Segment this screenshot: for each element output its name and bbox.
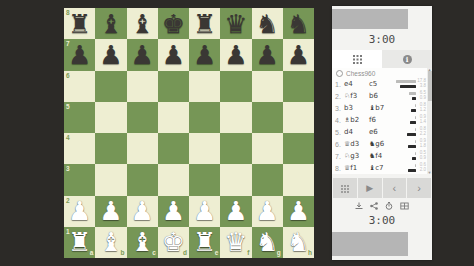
square-h4[interactable] bbox=[283, 133, 314, 164]
move-time-value: 1.2 bbox=[416, 108, 426, 113]
bottom-player-name[interactable] bbox=[332, 232, 408, 256]
square-g6[interactable] bbox=[252, 71, 283, 102]
square-d3[interactable] bbox=[158, 164, 189, 195]
square-e1[interactable]: e♜ bbox=[189, 227, 220, 258]
black-move[interactable]: ♞g6 bbox=[369, 140, 394, 148]
download-icon[interactable] bbox=[355, 202, 363, 210]
square-h1[interactable]: h♞ bbox=[283, 227, 314, 258]
square-e2[interactable]: ♟ bbox=[189, 196, 220, 227]
move-number: 2. bbox=[335, 93, 344, 100]
move-row: 6.♕d3♞g60.91.8 bbox=[332, 138, 427, 150]
analysis-board-icon[interactable] bbox=[400, 202, 409, 210]
piece-black-bishop[interactable]: ♝ bbox=[127, 8, 158, 39]
white-move[interactable]: ♕d3 bbox=[344, 140, 369, 148]
square-b5[interactable] bbox=[95, 102, 126, 133]
white-move[interactable]: d4 bbox=[344, 128, 369, 136]
square-g4[interactable] bbox=[252, 133, 283, 164]
tab-moves[interactable] bbox=[332, 50, 382, 68]
square-a7[interactable]: 7♟ bbox=[64, 39, 95, 70]
play-button[interactable]: ▶ bbox=[358, 178, 382, 198]
square-c8[interactable]: ♝ bbox=[127, 8, 158, 39]
square-c3[interactable] bbox=[127, 164, 158, 195]
square-b4[interactable] bbox=[95, 133, 126, 164]
square-f2[interactable]: ♟ bbox=[220, 196, 251, 227]
piece-black-pawn[interactable]: ♟ bbox=[283, 39, 314, 70]
black-time-bar bbox=[400, 85, 416, 88]
square-g3[interactable] bbox=[252, 164, 283, 195]
move-list: 1.e4c517.83.82.♘f3b66.50.93.b3♝b70.81.24… bbox=[332, 78, 427, 174]
piece-white-pawn[interactable]: ♟ bbox=[283, 196, 314, 227]
square-a3[interactable]: 3 bbox=[64, 164, 95, 195]
move-time-value: 2.0 bbox=[416, 168, 426, 173]
move-time-value: 2.2 bbox=[416, 132, 426, 137]
square-b7[interactable]: ♟ bbox=[95, 39, 126, 70]
move-number: 7. bbox=[335, 153, 344, 160]
piece-black-knight[interactable]: ♞ bbox=[252, 8, 283, 39]
move-time-value: 1.4 bbox=[416, 120, 426, 125]
square-g1[interactable]: g♞ bbox=[252, 227, 283, 258]
square-h6[interactable] bbox=[283, 71, 314, 102]
piece-white-knight[interactable]: ♞ bbox=[283, 227, 314, 258]
square-e8[interactable]: ♜ bbox=[189, 8, 220, 39]
move-row: 5.d4e60.82.2 bbox=[332, 126, 427, 138]
board-grid-icon bbox=[353, 50, 362, 68]
panel-tabs: i bbox=[332, 50, 432, 68]
square-f8[interactable]: ♛ bbox=[220, 8, 251, 39]
square-b2[interactable]: ♟ bbox=[95, 196, 126, 227]
move-time-value: 0.9 bbox=[416, 156, 426, 161]
square-a8[interactable]: 8♜ bbox=[64, 8, 95, 39]
square-f7[interactable]: ♟ bbox=[220, 39, 251, 70]
move-time-value: 1.8 bbox=[416, 144, 426, 149]
piece-white-pawn[interactable]: ♟ bbox=[189, 196, 220, 227]
top-player-name[interactable] bbox=[332, 9, 408, 29]
piece-white-king[interactable]: ♚ bbox=[158, 227, 189, 258]
piece-black-rook[interactable]: ♜ bbox=[189, 8, 220, 39]
move-navigation: ▶ ‹ › bbox=[333, 178, 431, 198]
rank-label-4: 4 bbox=[66, 135, 70, 142]
piece-white-pawn[interactable]: ♟ bbox=[64, 196, 95, 227]
move-row: 1.e4c517.83.8 bbox=[332, 78, 427, 90]
square-c2[interactable]: ♟ bbox=[127, 196, 158, 227]
white-move[interactable]: e4 bbox=[344, 80, 369, 88]
piece-black-rook[interactable]: ♜ bbox=[64, 8, 95, 39]
rank-label-3: 3 bbox=[66, 166, 70, 173]
square-g2[interactable]: ♟ bbox=[252, 196, 283, 227]
stopwatch-icon[interactable] bbox=[385, 202, 393, 210]
square-g8[interactable]: ♞ bbox=[252, 8, 283, 39]
square-d5[interactable] bbox=[158, 102, 189, 133]
chevron-right-icon: › bbox=[417, 183, 421, 194]
black-move[interactable]: b6 bbox=[369, 92, 394, 100]
menu-grid-button[interactable] bbox=[333, 178, 357, 198]
square-f1[interactable]: f♛ bbox=[220, 227, 251, 258]
square-e6[interactable] bbox=[189, 71, 220, 102]
square-e7[interactable]: ♟ bbox=[189, 39, 220, 70]
bottom-player-clock: 3:00 bbox=[332, 214, 432, 227]
piece-black-pawn[interactable]: ♟ bbox=[127, 39, 158, 70]
grid-dots-icon bbox=[341, 179, 349, 197]
info-icon: i bbox=[403, 55, 412, 64]
square-f4[interactable] bbox=[220, 133, 251, 164]
move-number: 8. bbox=[335, 165, 344, 172]
rank-label-5: 5 bbox=[66, 104, 70, 111]
white-time-bar bbox=[396, 80, 416, 83]
move-row: 3.b3♝b70.81.2 bbox=[332, 102, 427, 114]
square-g5[interactable] bbox=[252, 102, 283, 133]
move-row: 2.♘f3b66.50.9 bbox=[332, 90, 427, 102]
piece-white-knight[interactable]: ♞ bbox=[252, 227, 283, 258]
next-move-button[interactable]: › bbox=[407, 178, 431, 198]
piece-black-pawn[interactable]: ♟ bbox=[220, 39, 251, 70]
white-move[interactable]: ♗b2 bbox=[344, 116, 369, 124]
black-time-bar bbox=[408, 169, 416, 172]
square-h3[interactable] bbox=[283, 164, 314, 195]
game-side-panel: 3:00 i Chess960 1.e4c517.83.82.♘f3b66.50… bbox=[332, 6, 432, 260]
black-move[interactable]: c5 bbox=[369, 80, 394, 88]
square-a4[interactable]: 4 bbox=[64, 133, 95, 164]
app-background: { "game": "chess960", "position": "rbbkr… bbox=[0, 0, 474, 266]
square-f3[interactable] bbox=[220, 164, 251, 195]
piece-black-pawn[interactable]: ♟ bbox=[64, 39, 95, 70]
square-a1[interactable]: 1a♜ bbox=[64, 227, 95, 258]
prev-move-button[interactable]: ‹ bbox=[383, 178, 407, 198]
square-a5[interactable]: 5 bbox=[64, 102, 95, 133]
move-time-value: 3.8 bbox=[416, 84, 426, 89]
piece-white-rook[interactable]: ♜ bbox=[64, 227, 95, 258]
white-move[interactable]: ♘g3 bbox=[344, 152, 369, 160]
piece-white-rook[interactable]: ♜ bbox=[189, 227, 220, 258]
variant-row: Chess960 bbox=[332, 68, 432, 78]
square-e4[interactable] bbox=[189, 133, 220, 164]
move-number: 3. bbox=[335, 105, 344, 112]
game-actions bbox=[332, 200, 432, 211]
move-number: 4. bbox=[335, 117, 344, 124]
square-c4[interactable] bbox=[127, 133, 158, 164]
square-c7[interactable]: ♟ bbox=[127, 39, 158, 70]
square-h7[interactable]: ♟ bbox=[283, 39, 314, 70]
move-list-scrollbar[interactable]: ▲ ▼ bbox=[427, 68, 432, 174]
white-move[interactable]: b3 bbox=[344, 104, 369, 112]
move-number: 6. bbox=[335, 141, 344, 148]
piece-black-queen[interactable]: ♛ bbox=[220, 8, 251, 39]
square-b8[interactable]: ♝ bbox=[95, 8, 126, 39]
piece-black-bishop[interactable]: ♝ bbox=[95, 8, 126, 39]
square-d6[interactable] bbox=[158, 71, 189, 102]
move-time-value: 0.9 bbox=[416, 96, 426, 101]
variant-label: Chess960 bbox=[346, 70, 375, 77]
piece-black-pawn[interactable]: ♟ bbox=[189, 39, 220, 70]
square-c6[interactable] bbox=[127, 71, 158, 102]
square-h5[interactable] bbox=[283, 102, 314, 133]
square-d7[interactable]: ♟ bbox=[158, 39, 189, 70]
square-h2[interactable]: ♟ bbox=[283, 196, 314, 227]
move-row: 8.♕f1♝c70.62.0 bbox=[332, 162, 427, 174]
piece-black-knight[interactable]: ♞ bbox=[283, 8, 314, 39]
piece-black-king[interactable]: ♚ bbox=[158, 8, 189, 39]
move-times: 0.82.2 bbox=[394, 128, 427, 137]
square-d8[interactable]: ♚ bbox=[158, 8, 189, 39]
square-c1[interactable]: c♝ bbox=[127, 227, 158, 258]
black-time-bar bbox=[408, 145, 416, 148]
square-h8[interactable]: ♞ bbox=[283, 8, 314, 39]
variant-960-icon bbox=[336, 70, 343, 77]
black-move[interactable]: ♝b7 bbox=[369, 104, 394, 112]
square-a2[interactable]: 2♟ bbox=[64, 196, 95, 227]
share-icon[interactable] bbox=[370, 202, 378, 210]
move-number: 5. bbox=[335, 129, 344, 136]
play-icon: ▶ bbox=[366, 184, 373, 193]
white-move[interactable]: ♘f3 bbox=[344, 92, 369, 100]
piece-white-pawn[interactable]: ♟ bbox=[220, 196, 251, 227]
top-player-clock: 3:00 bbox=[332, 33, 432, 46]
white-move[interactable]: ♕f1 bbox=[344, 164, 369, 172]
black-move[interactable]: ♞f4 bbox=[369, 152, 394, 160]
square-b6[interactable] bbox=[95, 71, 126, 102]
piece-white-pawn[interactable]: ♟ bbox=[158, 196, 189, 227]
square-f6[interactable] bbox=[220, 71, 251, 102]
square-d2[interactable]: ♟ bbox=[158, 196, 189, 227]
move-times: 0.62.0 bbox=[394, 164, 427, 173]
square-b1[interactable]: b♝ bbox=[95, 227, 126, 258]
square-f5[interactable] bbox=[220, 102, 251, 133]
piece-black-pawn[interactable]: ♟ bbox=[95, 39, 126, 70]
black-move[interactable]: ♝c7 bbox=[369, 164, 394, 172]
piece-white-pawn[interactable]: ♟ bbox=[252, 196, 283, 227]
piece-white-bishop[interactable]: ♝ bbox=[127, 227, 158, 258]
black-time-bar bbox=[407, 133, 416, 136]
square-b3[interactable] bbox=[95, 164, 126, 195]
piece-white-bishop[interactable]: ♝ bbox=[95, 227, 126, 258]
move-list-area: Chess960 1.e4c517.83.82.♘f3b66.50.93.b3♝… bbox=[332, 68, 432, 174]
square-d4[interactable] bbox=[158, 133, 189, 164]
piece-white-queen[interactable]: ♛ bbox=[220, 227, 251, 258]
black-move[interactable]: e6 bbox=[369, 128, 394, 136]
scrollbar-thumb[interactable] bbox=[428, 71, 432, 101]
piece-white-pawn[interactable]: ♟ bbox=[127, 196, 158, 227]
move-times: 0.91.8 bbox=[394, 140, 427, 149]
move-row: 4.♗b2f60.91.4 bbox=[332, 114, 427, 126]
square-g7[interactable]: ♟ bbox=[252, 39, 283, 70]
square-d1[interactable]: d♚ bbox=[158, 227, 189, 258]
chess-board[interactable]: 8♜♝♝♚♜♛♞♞7♟♟♟♟♟♟♟♟65432♟♟♟♟♟♟♟♟1a♜b♝c♝d♚… bbox=[64, 8, 314, 258]
move-times: 0.81.2 bbox=[394, 104, 427, 113]
white-time-bar bbox=[409, 92, 416, 95]
move-row: 7.♘g3♞f40.50.9 bbox=[332, 150, 427, 162]
square-e3[interactable] bbox=[189, 164, 220, 195]
square-a6[interactable]: 6 bbox=[64, 71, 95, 102]
rank-label-6: 6 bbox=[66, 73, 70, 80]
tab-info[interactable]: i bbox=[382, 50, 432, 68]
piece-white-pawn[interactable]: ♟ bbox=[95, 196, 126, 227]
move-times: 0.91.4 bbox=[394, 116, 427, 125]
black-move[interactable]: f6 bbox=[369, 116, 394, 124]
move-times: 17.83.8 bbox=[394, 80, 427, 89]
move-times: 0.50.9 bbox=[394, 152, 427, 161]
square-e5[interactable] bbox=[189, 102, 220, 133]
chevron-left-icon: ‹ bbox=[393, 183, 397, 194]
move-times: 6.50.9 bbox=[394, 92, 427, 101]
piece-black-pawn[interactable]: ♟ bbox=[252, 39, 283, 70]
square-c5[interactable] bbox=[127, 102, 158, 133]
piece-black-pawn[interactable]: ♟ bbox=[158, 39, 189, 70]
move-number: 1. bbox=[335, 81, 344, 88]
